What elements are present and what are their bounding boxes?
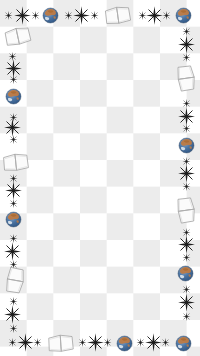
sparkle-small-icon — [182, 124, 191, 133]
sparkle-small-icon — [9, 324, 18, 333]
book-icon — [0, 149, 32, 175]
book-icon — [173, 62, 200, 95]
sparkle-small-icon — [182, 253, 191, 262]
sparkle-small-icon — [182, 182, 191, 191]
sparkle-large-icon — [177, 293, 196, 312]
globe-icon — [5, 211, 22, 228]
sparkle-large-icon — [177, 235, 196, 254]
sparkle-small-icon — [4, 11, 13, 20]
sparkle-small-icon — [9, 75, 18, 84]
sparkle-large-icon — [177, 35, 196, 54]
globe-icon — [116, 335, 133, 352]
sparkle-large-icon — [3, 242, 22, 261]
book-icon — [1, 22, 35, 51]
globe-icon — [178, 137, 195, 154]
globe-icon — [175, 335, 192, 352]
book-icon — [173, 194, 200, 227]
sparkle-small-icon — [9, 135, 18, 144]
book-icon — [1, 263, 29, 297]
globe-icon — [175, 7, 192, 24]
sparkle-large-icon — [3, 305, 22, 324]
sparkle-large-icon — [72, 6, 91, 25]
sparkle-small-icon — [182, 53, 191, 62]
sparkle-small-icon — [162, 11, 171, 20]
sparkle-small-icon — [9, 199, 18, 208]
sparkle-large-icon — [4, 181, 23, 200]
sparkle-small-icon — [33, 338, 42, 347]
sparkle-small-icon — [103, 338, 112, 347]
sparkle-small-icon — [161, 338, 170, 347]
book-icon — [102, 2, 135, 29]
globe-icon — [177, 265, 194, 282]
sparkle-small-icon — [90, 11, 99, 20]
sparkle-small-icon — [182, 312, 191, 321]
globe-icon — [5, 88, 22, 105]
sparkle-small-icon — [31, 11, 40, 20]
sparkle-large-icon — [177, 164, 196, 183]
globe-icon — [42, 7, 59, 24]
transparency-checkerboard-canvas — [0, 0, 200, 356]
book-icon — [45, 330, 77, 355]
